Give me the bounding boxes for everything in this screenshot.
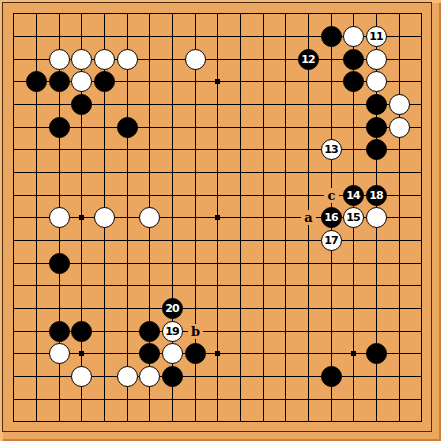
star-point bbox=[215, 79, 220, 84]
stone-white bbox=[49, 207, 70, 228]
stone-black-move-14: 14 bbox=[343, 185, 364, 206]
grid-line-horizontal bbox=[13, 240, 422, 241]
stone-white bbox=[139, 366, 160, 387]
move-number: 18 bbox=[369, 190, 383, 201]
grid-line-vertical bbox=[285, 13, 286, 422]
stone-black bbox=[139, 343, 160, 364]
star-point bbox=[79, 215, 84, 220]
stone-black bbox=[366, 94, 387, 115]
move-number: 20 bbox=[165, 303, 179, 314]
stone-black bbox=[162, 366, 183, 387]
stone-black bbox=[366, 343, 387, 364]
move-number: 15 bbox=[346, 212, 360, 223]
stone-white bbox=[366, 71, 387, 92]
stone-white bbox=[185, 49, 206, 70]
grid-line-vertical bbox=[263, 13, 264, 422]
stone-white bbox=[71, 366, 92, 387]
stone-white bbox=[162, 343, 183, 364]
stone-black bbox=[366, 117, 387, 138]
stone-black bbox=[185, 343, 206, 364]
stone-white bbox=[139, 207, 160, 228]
stone-black bbox=[71, 94, 92, 115]
stone-white bbox=[389, 94, 410, 115]
stone-white bbox=[49, 343, 70, 364]
stone-black bbox=[117, 117, 138, 138]
stone-white bbox=[49, 49, 70, 70]
stone-black-move-20: 20 bbox=[162, 298, 183, 319]
stone-white-move-13: 13 bbox=[321, 139, 342, 160]
move-number: 11 bbox=[369, 31, 383, 42]
move-number: 13 bbox=[324, 144, 338, 155]
grid-line-vertical bbox=[240, 13, 241, 422]
move-number: 12 bbox=[301, 54, 315, 65]
grid-line-horizontal bbox=[13, 263, 422, 264]
stone-black bbox=[321, 366, 342, 387]
stone-white bbox=[117, 49, 138, 70]
star-point bbox=[215, 351, 220, 356]
move-number: 14 bbox=[346, 190, 360, 201]
star-point bbox=[215, 215, 220, 220]
grid-line-vertical bbox=[399, 13, 400, 422]
stone-black bbox=[49, 321, 70, 342]
stone-white bbox=[343, 26, 364, 47]
grid-line-horizontal bbox=[13, 399, 422, 400]
stone-black-move-16: 16 bbox=[321, 207, 342, 228]
label-a: a bbox=[301, 210, 316, 225]
grid-line-horizontal bbox=[13, 421, 422, 422]
stone-black bbox=[94, 71, 115, 92]
stone-white bbox=[71, 49, 92, 70]
move-number: 17 bbox=[324, 235, 338, 246]
stone-black bbox=[49, 71, 70, 92]
stone-black bbox=[49, 253, 70, 274]
stone-white bbox=[71, 71, 92, 92]
stone-white bbox=[389, 117, 410, 138]
stone-white-move-19: 19 bbox=[162, 321, 183, 342]
stone-black bbox=[366, 139, 387, 160]
stone-black bbox=[49, 117, 70, 138]
grid-line-horizontal bbox=[13, 308, 422, 309]
grid-line-horizontal bbox=[13, 285, 422, 286]
stone-black bbox=[321, 26, 342, 47]
stone-white-move-11: 11 bbox=[366, 26, 387, 47]
stone-black bbox=[71, 321, 92, 342]
star-point bbox=[351, 351, 356, 356]
stone-black-move-18: 18 bbox=[366, 185, 387, 206]
stone-black bbox=[26, 71, 47, 92]
stone-white bbox=[366, 207, 387, 228]
move-number: 19 bbox=[165, 326, 179, 337]
stone-white bbox=[117, 366, 138, 387]
label-b: b bbox=[188, 324, 203, 339]
stone-black bbox=[343, 71, 364, 92]
stone-white bbox=[94, 207, 115, 228]
go-board: 11121314181615172019abc bbox=[0, 0, 441, 441]
stone-white-move-17: 17 bbox=[321, 230, 342, 251]
stone-black bbox=[343, 49, 364, 70]
grid-line-vertical bbox=[421, 13, 422, 422]
stone-white-move-15: 15 bbox=[343, 207, 364, 228]
stone-black bbox=[139, 321, 160, 342]
stone-white bbox=[94, 49, 115, 70]
label-c: c bbox=[324, 188, 339, 203]
stone-white bbox=[366, 49, 387, 70]
move-number: 16 bbox=[324, 212, 338, 223]
star-point bbox=[79, 351, 84, 356]
stone-black-move-12: 12 bbox=[298, 49, 319, 70]
